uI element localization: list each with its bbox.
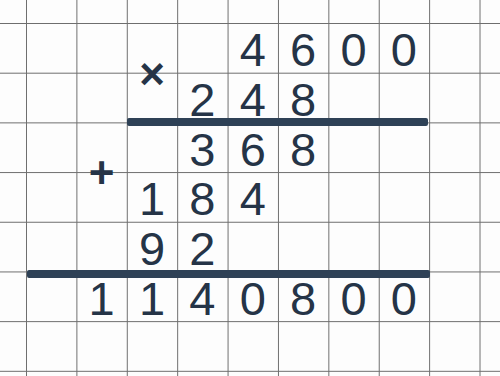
digit-cell: 4 [177,273,227,323]
digit-cell: 4 [228,75,278,125]
digit-cell: 1 [76,273,126,323]
digit-cell: 0 [228,273,278,323]
sum-rule-line [27,270,430,278]
digit-cell: 6 [228,124,278,174]
digit-cell: 2 [177,75,227,125]
plus-sign: + [76,123,126,222]
digit-cell: 0 [328,25,378,75]
digit-cell: 3 [177,124,227,174]
digit-cell: 6 [278,25,328,75]
digit-cell: 0 [328,273,378,323]
digit-cell: 1 [127,174,177,224]
digit-cell: 2 [177,224,227,274]
multiplier-rule-line [127,118,428,126]
digit-cell: 4 [228,25,278,75]
digit-cell: 0 [379,273,429,323]
multiply-sign: × [127,24,177,123]
worksheet-paper: 4600248368184921140800×+ [0,0,500,376]
digit-cell: 8 [278,273,328,323]
worksheet-grid: 4600248368184921140800×+ [26,23,480,371]
digit-cell: 0 [379,25,429,75]
digit-cell: 4 [228,174,278,224]
digit-cell: 8 [278,124,328,174]
digit-cell: 9 [127,224,177,274]
digit-cell: 8 [177,174,227,224]
digit-cell: 8 [278,75,328,125]
digit-cell: 1 [127,273,177,323]
